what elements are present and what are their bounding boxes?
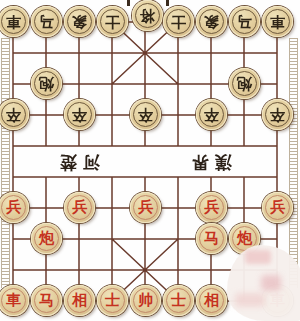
piece-black-horse[interactable]: 马: [31, 6, 62, 37]
piece-glyph: 兵: [64, 192, 95, 223]
piece-black-soldier[interactable]: 卒: [196, 99, 227, 130]
piece-red-cannon[interactable]: 炮: [31, 223, 62, 254]
piece-red-soldier[interactable]: 兵: [196, 192, 227, 223]
xiangqi-board-screen: 河楚 漢界 車马象士将士象马車炮炮卒卒卒卒卒兵兵兵兵兵炮马炮車马相士帅士相車: [0, 0, 300, 321]
crop-artifact-mark: [166, 0, 169, 6]
piece-red-elephant[interactable]: 相: [196, 285, 227, 316]
piece-black-soldier[interactable]: 卒: [262, 99, 293, 130]
piece-red-advisor[interactable]: 士: [163, 285, 194, 316]
piece-black-advisor[interactable]: 士: [163, 6, 194, 37]
piece-red-soldier[interactable]: 兵: [64, 192, 95, 223]
piece-glyph: 卒: [0, 99, 29, 130]
piece-black-general[interactable]: 将: [132, 0, 163, 31]
piece-black-cannon[interactable]: 炮: [31, 68, 62, 99]
piece-red-general[interactable]: 帅: [130, 285, 161, 316]
piece-black-soldier[interactable]: 卒: [64, 99, 95, 130]
piece-black-chariot[interactable]: 車: [0, 6, 29, 37]
piece-red-soldier[interactable]: 兵: [0, 192, 29, 223]
piece-glyph: 象: [64, 6, 95, 37]
piece-glyph: 兵: [196, 192, 227, 223]
piece-glyph: 士: [163, 285, 194, 316]
piece-red-soldier[interactable]: 兵: [262, 192, 293, 223]
piece-glyph: 兵: [0, 192, 29, 223]
piece-red-soldier[interactable]: 兵: [130, 192, 161, 223]
piece-black-chariot[interactable]: 車: [262, 6, 293, 37]
piece-glyph: 兵: [262, 192, 293, 223]
piece-red-advisor[interactable]: 士: [97, 285, 128, 316]
piece-glyph: 車: [0, 6, 29, 37]
piece-glyph: 士: [97, 285, 128, 316]
piece-glyph: 马: [229, 6, 260, 37]
watermark-smudge: [261, 275, 281, 291]
piece-black-soldier[interactable]: 卒: [0, 99, 29, 130]
piece-glyph: 相: [196, 285, 227, 316]
piece-glyph: 炮: [229, 68, 260, 99]
piece-glyph: 马: [31, 6, 62, 37]
piece-glyph: 士: [163, 6, 194, 37]
piece-glyph: 車: [0, 285, 29, 316]
piece-red-horse[interactable]: 马: [31, 285, 62, 316]
piece-glyph: 卒: [130, 99, 161, 130]
piece-glyph: 兵: [130, 192, 161, 223]
piece-glyph: 马: [31, 285, 62, 316]
piece-glyph: 相: [64, 285, 95, 316]
piece-glyph: 卒: [262, 99, 293, 130]
piece-black-elephant[interactable]: 象: [196, 6, 227, 37]
piece-red-elephant[interactable]: 相: [64, 285, 95, 316]
piece-black-soldier[interactable]: 卒: [130, 99, 161, 130]
piece-glyph: 士: [97, 6, 128, 37]
watermark-smudge: [245, 250, 271, 264]
watermark-smudge: [235, 293, 265, 307]
piece-glyph: 卒: [196, 99, 227, 130]
piece-black-horse[interactable]: 马: [229, 6, 260, 37]
watermark-blur: [227, 245, 300, 321]
piece-black-advisor[interactable]: 士: [97, 6, 128, 37]
piece-glyph: 帅: [130, 285, 161, 316]
piece-black-cannon[interactable]: 炮: [229, 68, 260, 99]
piece-glyph: 炮: [31, 68, 62, 99]
piece-red-horse[interactable]: 马: [196, 223, 227, 254]
piece-glyph: 马: [196, 223, 227, 254]
piece-glyph: 将: [132, 0, 163, 31]
piece-glyph: 象: [196, 6, 227, 37]
piece-red-chariot[interactable]: 車: [0, 285, 29, 316]
piece-black-elephant[interactable]: 象: [64, 6, 95, 37]
piece-glyph: 卒: [64, 99, 95, 130]
crop-artifact-mark: [127, 0, 130, 6]
piece-glyph: 車: [262, 6, 293, 37]
piece-glyph: 炮: [31, 223, 62, 254]
